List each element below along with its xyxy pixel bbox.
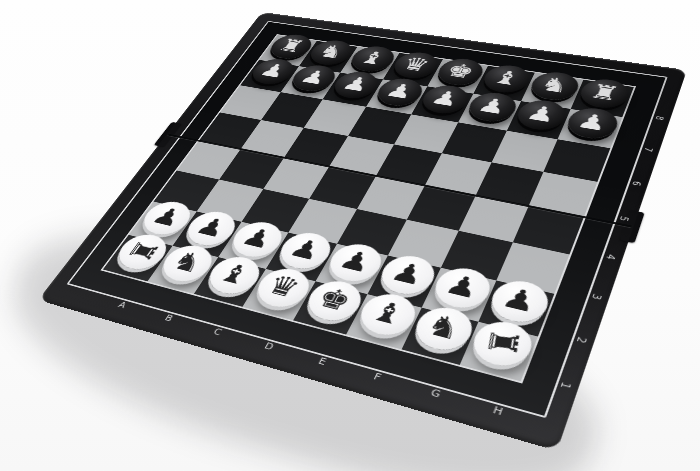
piece-black-pawn-e7[interactable]: ♟ bbox=[416, 83, 473, 116]
pawn-glyph: ♟ bbox=[498, 283, 541, 317]
king-glyph: ♚ bbox=[313, 284, 356, 317]
file-label-bottom-0: A bbox=[117, 300, 128, 309]
pawn-glyph: ♟ bbox=[382, 81, 417, 103]
rank-label-right-0: 1 bbox=[558, 381, 572, 390]
piece-black-pawn-c7[interactable]: ♟ bbox=[328, 69, 384, 101]
file-label-bottom-1: B bbox=[163, 313, 174, 322]
pawn-glyph: ♟ bbox=[335, 246, 377, 276]
rook-glyph: ♜ bbox=[481, 327, 524, 358]
piece-black-pawn-f7[interactable]: ♟ bbox=[463, 90, 521, 124]
rank-label-right-6: 7 bbox=[642, 147, 654, 153]
queen-glyph: ♛ bbox=[399, 54, 433, 74]
knight-glyph: ♞ bbox=[167, 248, 208, 277]
file-label-bottom-7: H bbox=[492, 405, 505, 417]
knight-glyph: ♞ bbox=[315, 42, 349, 61]
pawn-glyph: ♟ bbox=[428, 88, 464, 110]
bishop-glyph: ♝ bbox=[366, 297, 410, 331]
rank-label-right-1: 2 bbox=[574, 336, 588, 344]
rank-label-right-4: 5 bbox=[617, 215, 630, 222]
bishop-glyph: ♝ bbox=[356, 48, 390, 68]
file-label-bottom-6: G bbox=[429, 387, 442, 399]
pawn-glyph: ♟ bbox=[523, 102, 560, 126]
king-glyph: ♚ bbox=[443, 61, 478, 82]
piece-white-pawn-h2[interactable]: ♟ bbox=[485, 276, 554, 327]
piece-white-king-e1[interactable]: ♚ bbox=[300, 277, 368, 326]
rook-glyph: ♜ bbox=[587, 81, 623, 104]
file-label-bottom-4: E bbox=[317, 356, 328, 366]
pawn-glyph: ♟ bbox=[297, 67, 332, 88]
pawn-glyph: ♟ bbox=[285, 235, 326, 264]
pawn-glyph: ♟ bbox=[148, 204, 187, 231]
file-label-bottom-5: F bbox=[372, 371, 383, 382]
bishop-glyph: ♝ bbox=[214, 259, 256, 289]
knight-glyph: ♞ bbox=[422, 310, 466, 345]
piece-white-knight-g1[interactable]: ♞ bbox=[408, 303, 478, 356]
file-label-bottom-2: C bbox=[212, 327, 224, 337]
pawn-glyph: ♟ bbox=[237, 224, 277, 253]
piece-black-pawn-b7[interactable]: ♟ bbox=[286, 63, 341, 94]
pawn-glyph: ♟ bbox=[339, 74, 374, 95]
bishop-glyph: ♝ bbox=[489, 67, 524, 89]
rook-glyph: ♜ bbox=[275, 36, 308, 55]
piece-white-bishop-f1[interactable]: ♝ bbox=[353, 289, 422, 340]
piece-white-pawn-e2[interactable]: ♟ bbox=[322, 240, 388, 286]
piece-white-pawn-d2[interactable]: ♟ bbox=[272, 229, 337, 274]
pawn-glyph: ♟ bbox=[574, 110, 611, 134]
photo-background: ABCDEFGH ABCDEFGH 87654321 87654321 ♜♞♝♛… bbox=[0, 0, 700, 471]
piece-white-pawn-g2[interactable]: ♟ bbox=[428, 263, 496, 312]
piece-black-pawn-h7[interactable]: ♟ bbox=[562, 105, 621, 142]
pawn-glyph: ♟ bbox=[256, 61, 290, 81]
piece-black-pawn-g7[interactable]: ♟ bbox=[512, 98, 570, 133]
rank-label-right-2: 3 bbox=[589, 293, 602, 301]
piece-white-rook-h1[interactable]: ♜ bbox=[466, 317, 538, 372]
rook-glyph: ♜ bbox=[122, 238, 164, 265]
pawn-glyph: ♟ bbox=[474, 95, 510, 118]
file-label-bottom-3: D bbox=[263, 341, 275, 351]
rank-label-right-3: 4 bbox=[604, 253, 617, 260]
pawn-glyph: ♟ bbox=[192, 214, 232, 242]
pawn-glyph: ♟ bbox=[441, 270, 484, 303]
knight-glyph: ♞ bbox=[537, 74, 572, 96]
pawn-glyph: ♟ bbox=[387, 258, 429, 290]
piece-white-pawn-f2[interactable]: ♟ bbox=[374, 251, 441, 299]
queen-glyph: ♛ bbox=[262, 271, 304, 303]
rank-label-right-5: 6 bbox=[630, 180, 642, 186]
rank-label-right-7: 8 bbox=[653, 115, 665, 120]
piece-black-pawn-d7[interactable]: ♟ bbox=[371, 76, 427, 109]
